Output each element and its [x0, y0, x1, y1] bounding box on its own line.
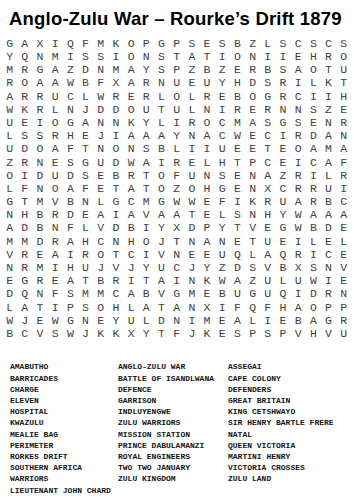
grid-cell: I — [108, 50, 123, 63]
grid-cell: L — [199, 156, 214, 169]
grid-cell: T — [139, 169, 154, 182]
grid-cell: I — [291, 156, 306, 169]
word-item: GREAT BRITAIN — [228, 395, 354, 406]
grid-cell: G — [63, 314, 78, 327]
grid-cell: B — [230, 37, 245, 50]
grid-cell: H — [275, 301, 290, 314]
grid-cell: F — [17, 182, 32, 195]
grid-cell: E — [336, 222, 351, 235]
grid-cell: A — [199, 235, 214, 248]
grid-cell: U — [260, 274, 275, 287]
grid-cell: A — [63, 235, 78, 248]
grid-cell: T — [199, 50, 214, 63]
grid-cell: S — [184, 37, 199, 50]
grid-cell: P — [321, 301, 336, 314]
grid-cell: U — [199, 77, 214, 90]
grid-cell: C — [275, 182, 290, 195]
grid-cell: C — [321, 37, 336, 50]
grid-cell: R — [124, 169, 139, 182]
grid-cell: N — [124, 143, 139, 156]
grid-cell: N — [93, 116, 108, 129]
grid-cell: P — [245, 327, 260, 340]
grid-cell: Z — [184, 63, 199, 76]
grid-cell: S — [17, 129, 32, 142]
grid-cell: R — [336, 169, 351, 182]
grid-cell: N — [93, 143, 108, 156]
grid-cell: Q — [275, 248, 290, 261]
grid-cell: S — [245, 261, 260, 274]
grid-cell: A — [184, 50, 199, 63]
grid-cell: E — [32, 314, 47, 327]
grid-cell: S — [306, 103, 321, 116]
grid-cell: A — [291, 301, 306, 314]
grid-cell: N — [321, 261, 336, 274]
grid-cell: P — [275, 327, 290, 340]
grid-cell: B — [306, 222, 321, 235]
grid-cell: B — [215, 288, 230, 301]
grid-cell: E — [245, 103, 260, 116]
grid-cell: R — [48, 129, 63, 142]
grid-cell: F — [336, 156, 351, 169]
grid-cell: C — [336, 195, 351, 208]
grid-cell: E — [230, 143, 245, 156]
grid-cell: R — [108, 274, 123, 287]
grid-cell: R — [169, 156, 184, 169]
grid-cell: C — [260, 156, 275, 169]
grid-cell: Z — [169, 182, 184, 195]
grid-cell: L — [215, 208, 230, 221]
grid-cell: L — [154, 116, 169, 129]
grid-cell: G — [275, 116, 290, 129]
grid-cell: A — [124, 77, 139, 90]
grid-cell: N — [199, 103, 214, 116]
grid-cell: N — [245, 182, 260, 195]
grid-cell: T — [169, 235, 184, 248]
word-item: DEFENDERS — [228, 384, 354, 395]
grid-cell: S — [291, 116, 306, 129]
grid-cell: D — [306, 129, 321, 142]
grid-cell: J — [124, 261, 139, 274]
grid-cell: L — [184, 90, 199, 103]
grid-cell: F — [169, 327, 184, 340]
grid-cell: C — [306, 156, 321, 169]
grid-cell: B — [2, 327, 17, 340]
grid-cell: Z — [275, 169, 290, 182]
grid-cell: A — [260, 248, 275, 261]
grid-cell: E — [93, 169, 108, 182]
grid-cell: I — [48, 301, 63, 314]
grid-cell: Z — [321, 103, 336, 116]
grid-cell: Z — [2, 156, 17, 169]
grid-cell: M — [139, 195, 154, 208]
grid-cell: D — [32, 169, 47, 182]
grid-cell: I — [169, 274, 184, 287]
grid-cell: M — [32, 195, 47, 208]
grid-cell: W — [48, 314, 63, 327]
grid-cell: D — [17, 222, 32, 235]
grid-cell: L — [306, 77, 321, 90]
grid-cell: C — [93, 235, 108, 248]
grid-cell: G — [2, 37, 17, 50]
grid-cell: C — [63, 90, 78, 103]
grid-cell: S — [260, 327, 275, 340]
grid-cell: Y — [139, 63, 154, 76]
grid-cell: A — [48, 143, 63, 156]
grid-cell: I — [63, 248, 78, 261]
grid-cell: E — [230, 235, 245, 248]
grid-cell: U — [2, 143, 17, 156]
grid-cell: O — [169, 90, 184, 103]
word-item: DEFENCE — [118, 384, 228, 395]
grid-cell: D — [321, 222, 336, 235]
grid-cell: S — [306, 261, 321, 274]
grid-cell: I — [291, 77, 306, 90]
word-list-column-3: ASSEGAICAPE COLONYDEFENDERSGREAT BRITAIN… — [228, 361, 354, 495]
word-item: ROYAL ENGINEERS — [118, 451, 228, 462]
word-search-worksheet: Anglo-Zulu War – Rourke’s Drift 1879 GAX… — [0, 0, 354, 500]
grid-cell: R — [260, 103, 275, 116]
grid-cell: N — [199, 169, 214, 182]
grid-cell: N — [108, 116, 123, 129]
grid-cell: X — [32, 37, 47, 50]
grid-cell: V — [245, 222, 260, 235]
grid-cell: M — [108, 63, 123, 76]
grid-cell: C — [291, 37, 306, 50]
grid-cell: A — [17, 301, 32, 314]
grid-cell: T — [230, 222, 245, 235]
grid-cell: H — [63, 129, 78, 142]
grid-cell: O — [230, 50, 245, 63]
grid-cell: E — [199, 208, 214, 221]
grid-cell: L — [48, 103, 63, 116]
grid-cell: J — [184, 327, 199, 340]
grid-cell: R — [32, 103, 47, 116]
grid-cell: O — [184, 182, 199, 195]
grid-cell: N — [32, 156, 47, 169]
grid-cell: P — [169, 63, 184, 76]
word-item: ANGLO-ZULU WAR — [118, 361, 228, 372]
grid-cell: D — [78, 63, 93, 76]
grid-cell: R — [184, 116, 199, 129]
grid-cell: I — [215, 50, 230, 63]
grid-cell: A — [63, 274, 78, 287]
grid-cell: V — [48, 195, 63, 208]
grid-cell: R — [321, 288, 336, 301]
grid-cell: V — [93, 222, 108, 235]
word-item: VICTORIA CROSSES — [228, 462, 354, 473]
grid-cell: G — [215, 182, 230, 195]
grid-cell: N — [32, 288, 47, 301]
grid-cell: X — [124, 327, 139, 340]
grid-cell: E — [17, 116, 32, 129]
grid-cell: C — [291, 90, 306, 103]
grid-cell: A — [124, 182, 139, 195]
grid-cell: R — [139, 77, 154, 90]
grid-cell: R — [17, 63, 32, 76]
grid-cell: I — [48, 261, 63, 274]
word-item: HOSPITAL — [10, 406, 118, 417]
grid-cell: E — [230, 169, 245, 182]
grid-cell: N — [184, 129, 199, 142]
grid-cell: V — [108, 261, 123, 274]
grid-cell: D — [306, 288, 321, 301]
grid-cell: U — [260, 235, 275, 248]
grid-cell: O — [306, 301, 321, 314]
grid-cell: W — [63, 77, 78, 90]
grid-cell: I — [139, 248, 154, 261]
grid-cell: H — [199, 182, 214, 195]
grid-cell: A — [291, 195, 306, 208]
grid-cell: O — [154, 169, 169, 182]
grid-cell: R — [291, 129, 306, 142]
grid-cell: R — [139, 90, 154, 103]
grid-cell: N — [139, 50, 154, 63]
word-list-column-2: ANGLO-ZULU WARBATTLE OF ISANDLWANADEFENC… — [118, 361, 228, 495]
grid-cell: E — [291, 50, 306, 63]
grid-cell: A — [230, 314, 245, 327]
grid-cell: G — [32, 63, 47, 76]
grid-cell: F — [63, 222, 78, 235]
grid-cell: I — [184, 143, 199, 156]
grid-cell: S — [63, 288, 78, 301]
grid-cell: K — [93, 327, 108, 340]
grid-cell: N — [108, 235, 123, 248]
grid-cell: K — [17, 103, 32, 116]
grid-cell: Y — [199, 261, 214, 274]
grid-cell: A — [48, 63, 63, 76]
grid-cell: W — [2, 103, 17, 116]
grid-cell: S — [48, 327, 63, 340]
grid-cell: O — [48, 116, 63, 129]
grid-cell: R — [17, 248, 32, 261]
grid-cell: L — [245, 248, 260, 261]
grid-cell: L — [169, 143, 184, 156]
grid-cell: B — [78, 77, 93, 90]
grid-cell: B — [275, 261, 290, 274]
grid-cell: B — [32, 222, 47, 235]
grid-cell: S — [215, 37, 230, 50]
grid-cell: I — [275, 50, 290, 63]
grid-cell: L — [78, 222, 93, 235]
grid-cell: O — [17, 77, 32, 90]
grid-cell: T — [154, 301, 169, 314]
grid-cell: T — [260, 143, 275, 156]
grid-cell: N — [154, 77, 169, 90]
word-item: KING CETSHWAYO — [228, 406, 354, 417]
word-item: AMABUTHO — [10, 361, 118, 372]
grid-cell: K — [108, 327, 123, 340]
grid-cell: Y — [154, 222, 169, 235]
grid-cell: G — [169, 288, 184, 301]
word-item: MARTINI HENRY — [228, 451, 354, 462]
grid-cell: I — [108, 129, 123, 142]
grid-cell: H — [108, 301, 123, 314]
word-item: BATTLE OF ISANDLWANA — [118, 373, 228, 384]
grid-cell: Y — [139, 116, 154, 129]
grid-cell: U — [230, 288, 245, 301]
grid-cell: L — [2, 182, 17, 195]
grid-cell: H — [124, 235, 139, 248]
grid-cell: V — [321, 327, 336, 340]
grid-cell: I — [260, 314, 275, 327]
grid-cell: O — [124, 103, 139, 116]
grid-cell: V — [154, 288, 169, 301]
grid-cell: H — [63, 261, 78, 274]
grid-cell: A — [17, 37, 32, 50]
word-item: SIR HENRY BARTLE FRERE — [228, 417, 354, 428]
grid-cell: A — [291, 63, 306, 76]
grid-cell: U — [78, 261, 93, 274]
grid-cell: A — [321, 156, 336, 169]
grid-cell: T — [154, 103, 169, 116]
grid-cell: U — [336, 63, 351, 76]
grid-cell: Z — [63, 63, 78, 76]
grid-cell: S — [275, 37, 290, 50]
word-list: AMABUTHOBARRICADESCHARGEELEVENHOSPITALKW… — [10, 361, 354, 495]
grid-cell: I — [199, 143, 214, 156]
grid-cell: A — [306, 208, 321, 221]
grid-cell: E — [336, 248, 351, 261]
grid-cell: E — [215, 90, 230, 103]
grid-cell: V — [2, 248, 17, 261]
grid-cell: R — [306, 195, 321, 208]
grid-cell: V — [139, 208, 154, 221]
grid-cell: N — [32, 50, 47, 63]
grid-cell: P — [336, 301, 351, 314]
grid-cell: F — [169, 169, 184, 182]
grid-cell: Q — [275, 288, 290, 301]
grid-cell: G — [321, 314, 336, 327]
grid-cell: O — [108, 143, 123, 156]
grid-cell: I — [291, 288, 306, 301]
grid-cell: S — [78, 301, 93, 314]
grid-cell: S — [139, 143, 154, 156]
grid-cell: E — [275, 156, 290, 169]
grid-cell: B — [32, 208, 47, 221]
grid-cell: M — [230, 116, 245, 129]
grid-cell: A — [124, 288, 139, 301]
grid-cell: A — [154, 129, 169, 142]
grid-cell: C — [124, 248, 139, 261]
grid-cell: S — [154, 50, 169, 63]
grid-cell: E — [184, 156, 199, 169]
grid-cell: F — [215, 195, 230, 208]
grid-cell: A — [48, 248, 63, 261]
grid-cell: P — [63, 301, 78, 314]
grid-cell: A — [306, 314, 321, 327]
grid-cell: U — [169, 77, 184, 90]
grid-cell: E — [275, 143, 290, 156]
grid-cell: N — [215, 235, 230, 248]
grid-cell: I — [124, 274, 139, 287]
word-item: ZULU KINGDOM — [118, 473, 228, 484]
grid-cell: N — [78, 195, 93, 208]
grid-cell: C — [169, 261, 184, 274]
grid-cell: D — [108, 156, 123, 169]
grid-cell: L — [93, 195, 108, 208]
grid-cell: R — [230, 103, 245, 116]
grid-cell: M — [48, 50, 63, 63]
grid-cell: M — [17, 235, 32, 248]
grid-cell: U — [169, 103, 184, 116]
grid-cell: N — [169, 248, 184, 261]
grid-cell: O — [336, 50, 351, 63]
grid-cell: A — [2, 222, 17, 235]
grid-cell: N — [2, 261, 17, 274]
grid-cell: W — [169, 195, 184, 208]
grid-cell: P — [199, 222, 214, 235]
word-item: ASSEGAI — [228, 361, 354, 372]
grid-cell: R — [32, 274, 47, 287]
grid-cell: F — [93, 77, 108, 90]
grid-cell: H — [215, 156, 230, 169]
grid-cell: L — [275, 274, 290, 287]
grid-cell: E — [230, 63, 245, 76]
grid-cell: E — [230, 182, 245, 195]
grid-cell: R — [291, 248, 306, 261]
grid-cell: U — [215, 248, 230, 261]
grid-cell: F — [78, 37, 93, 50]
grid-cell: R — [336, 314, 351, 327]
grid-cell: M — [184, 288, 199, 301]
grid-cell: I — [139, 222, 154, 235]
grid-cell: R — [275, 77, 290, 90]
grid-cell: D — [245, 77, 260, 90]
grid-cell: L — [154, 90, 169, 103]
grid-cell: F — [260, 301, 275, 314]
grid-cell: U — [124, 314, 139, 327]
grid-cell: M — [199, 314, 214, 327]
grid-cell: V — [336, 261, 351, 274]
grid-cell: R — [78, 248, 93, 261]
grid-cell: A — [154, 274, 169, 287]
grid-cell: I — [184, 314, 199, 327]
grid-cell: D — [17, 143, 32, 156]
grid-cell: M — [93, 288, 108, 301]
grid-cell: A — [154, 208, 169, 221]
word-item: CHARGE — [10, 384, 118, 395]
grid-cell: E — [199, 195, 214, 208]
word-item: NATAL — [228, 429, 354, 440]
grid-cell: C — [215, 129, 230, 142]
grid-cell: P — [139, 37, 154, 50]
puzzle-title: Anglo-Zulu War – Rourke’s Drift 1879 — [0, 0, 354, 30]
grid-cell: B — [108, 169, 123, 182]
grid-cell: T — [32, 301, 47, 314]
grid-cell: A — [169, 208, 184, 221]
grid-cell: I — [48, 37, 63, 50]
grid-cell: C — [108, 288, 123, 301]
grid-cell: S — [78, 50, 93, 63]
grid-cell: W — [291, 222, 306, 235]
grid-cell: D — [108, 222, 123, 235]
grid-cell: G — [2, 195, 17, 208]
grid-cell: B — [63, 195, 78, 208]
grid-cell: C — [321, 248, 336, 261]
grid-cell: T — [108, 182, 123, 195]
grid-cell: H — [17, 208, 32, 221]
grid-cell: Y — [2, 50, 17, 63]
grid-cell: N — [169, 314, 184, 327]
grid-cell: Y — [275, 208, 290, 221]
grid-cell: E — [184, 248, 199, 261]
grid-cell: A — [124, 129, 139, 142]
word-item: ELEVEN — [10, 395, 118, 406]
grid-cell: B — [321, 195, 336, 208]
grid-cell: E — [78, 208, 93, 221]
grid-cell: A — [139, 129, 154, 142]
grid-cell: B — [260, 63, 275, 76]
